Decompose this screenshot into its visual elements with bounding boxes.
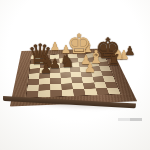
square-c1: [50, 90, 62, 97]
piece-light-pawn: ♟: [84, 61, 96, 74]
piece-dark-knight: ♞: [59, 53, 74, 70]
watermark-left-segment: [118, 118, 130, 121]
chess-set-photo: ♟♟♝♚♟♟♞♚♝♟♜♛♞♟♞♟♟: [0, 0, 150, 150]
square-d1: [62, 89, 74, 96]
piece-dark-pawn: ♟: [40, 62, 52, 75]
watermark-right-segment: [130, 118, 142, 121]
square-h1: [107, 88, 121, 95]
watermark: [118, 118, 142, 121]
square-b1: [38, 90, 50, 97]
piece-dark-rook: ♜: [107, 53, 120, 68]
